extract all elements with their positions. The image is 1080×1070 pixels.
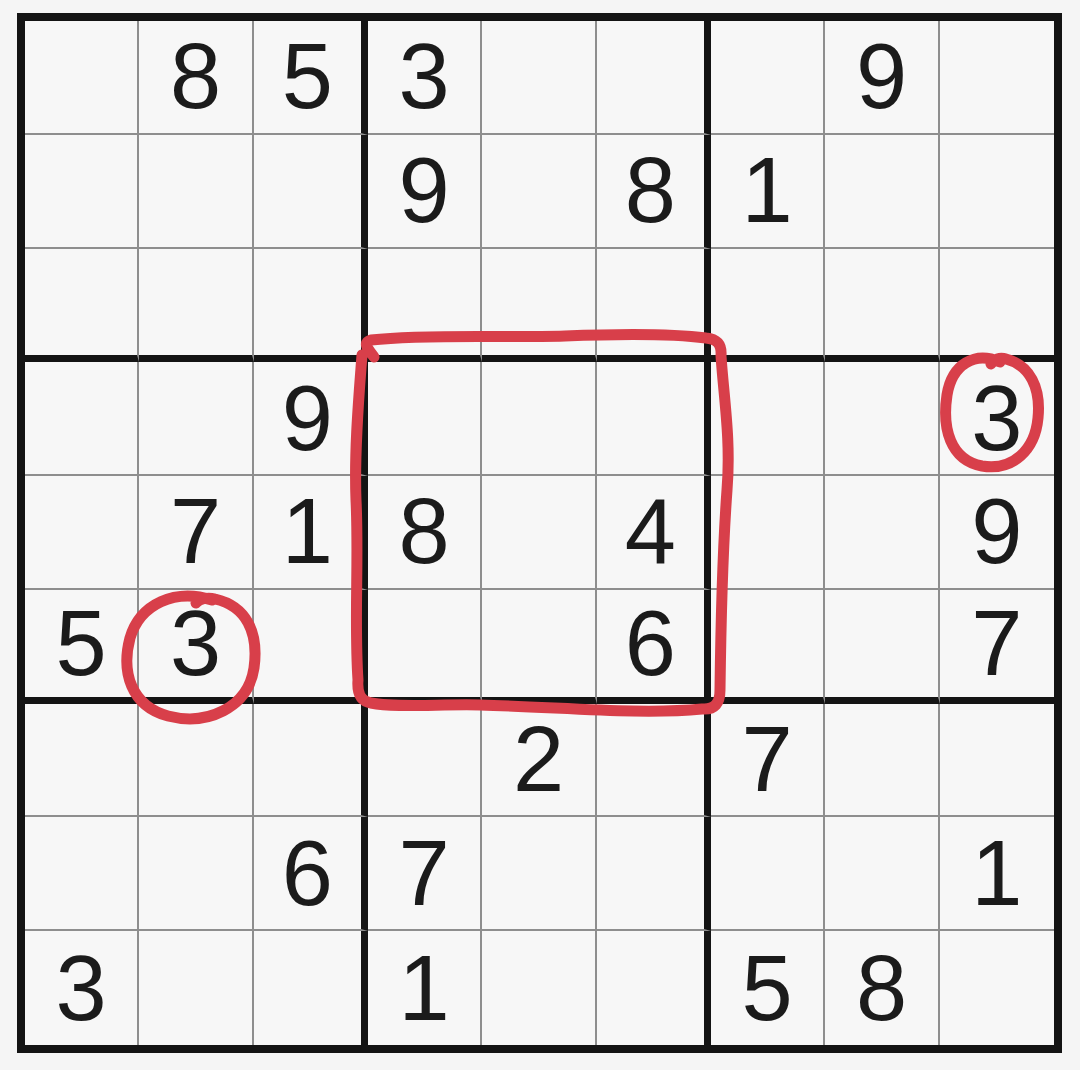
cell-r7c4[interactable] xyxy=(368,704,482,818)
cell-r9c6[interactable] xyxy=(597,931,711,1045)
cell-r8c8[interactable] xyxy=(825,817,939,931)
cell-r6c6[interactable]: 6 xyxy=(597,590,711,704)
cell-r1c8[interactable]: 9 xyxy=(825,21,939,135)
cell-r4c1[interactable] xyxy=(25,362,139,476)
cell-r2c8[interactable] xyxy=(825,135,939,249)
cell-r5c4[interactable]: 8 xyxy=(368,476,482,590)
cell-r3c9[interactable] xyxy=(940,249,1054,363)
cell-r1c6[interactable] xyxy=(597,21,711,135)
cell-r7c7[interactable]: 7 xyxy=(711,704,825,818)
cell-r1c7[interactable] xyxy=(711,21,825,135)
cell-r7c5[interactable]: 2 xyxy=(482,704,596,818)
cell-r5c1[interactable] xyxy=(25,476,139,590)
cell-r9c7[interactable]: 5 xyxy=(711,931,825,1045)
cell-r9c5[interactable] xyxy=(482,931,596,1045)
cell-r6c4[interactable] xyxy=(368,590,482,704)
cell-r9c3[interactable] xyxy=(254,931,368,1045)
cell-r7c6[interactable] xyxy=(597,704,711,818)
cell-r7c3[interactable] xyxy=(254,704,368,818)
cell-r5c5[interactable] xyxy=(482,476,596,590)
cell-r4c9[interactable]: 3 xyxy=(940,362,1054,476)
page: { "game": "sudoku", "puzzle": { "rows": … xyxy=(0,0,1080,1070)
cell-r1c1[interactable] xyxy=(25,21,139,135)
cell-r8c4[interactable]: 7 xyxy=(368,817,482,931)
cell-r6c1[interactable]: 5 xyxy=(25,590,139,704)
cell-r8c1[interactable] xyxy=(25,817,139,931)
cell-r2c7[interactable]: 1 xyxy=(711,135,825,249)
cell-r8c3[interactable]: 6 xyxy=(254,817,368,931)
cell-r2c5[interactable] xyxy=(482,135,596,249)
cell-r9c1[interactable]: 3 xyxy=(25,931,139,1045)
cell-r2c9[interactable] xyxy=(940,135,1054,249)
cell-r9c2[interactable] xyxy=(139,931,253,1045)
cell-r2c1[interactable] xyxy=(25,135,139,249)
cell-r2c2[interactable] xyxy=(139,135,253,249)
cell-r4c7[interactable] xyxy=(711,362,825,476)
cell-r9c4[interactable]: 1 xyxy=(368,931,482,1045)
cell-r1c9[interactable] xyxy=(940,21,1054,135)
cell-r6c2[interactable]: 3 xyxy=(139,590,253,704)
cell-r3c3[interactable] xyxy=(254,249,368,363)
cell-r4c6[interactable] xyxy=(597,362,711,476)
cell-r7c9[interactable] xyxy=(940,704,1054,818)
cell-r4c2[interactable] xyxy=(139,362,253,476)
cell-r3c2[interactable] xyxy=(139,249,253,363)
cell-r2c4[interactable]: 9 xyxy=(368,135,482,249)
sudoku-board: 853998193718495367276713158 xyxy=(17,13,1062,1053)
cell-r9c8[interactable]: 8 xyxy=(825,931,939,1045)
cell-r4c8[interactable] xyxy=(825,362,939,476)
cell-r2c3[interactable] xyxy=(254,135,368,249)
cell-r8c2[interactable] xyxy=(139,817,253,931)
cell-r6c5[interactable] xyxy=(482,590,596,704)
cell-r3c5[interactable] xyxy=(482,249,596,363)
cell-r5c8[interactable] xyxy=(825,476,939,590)
cell-r8c6[interactable] xyxy=(597,817,711,931)
cell-r5c2[interactable]: 7 xyxy=(139,476,253,590)
cell-r3c4[interactable] xyxy=(368,249,482,363)
cell-r7c1[interactable] xyxy=(25,704,139,818)
cell-r8c5[interactable] xyxy=(482,817,596,931)
cell-r6c3[interactable] xyxy=(254,590,368,704)
cell-r4c5[interactable] xyxy=(482,362,596,476)
cell-r3c1[interactable] xyxy=(25,249,139,363)
cell-r5c3[interactable]: 1 xyxy=(254,476,368,590)
cell-r1c3[interactable]: 5 xyxy=(254,21,368,135)
cell-r4c3[interactable]: 9 xyxy=(254,362,368,476)
cell-r9c9[interactable] xyxy=(940,931,1054,1045)
cell-r5c6[interactable]: 4 xyxy=(597,476,711,590)
cell-r6c7[interactable] xyxy=(711,590,825,704)
cell-r1c4[interactable]: 3 xyxy=(368,21,482,135)
cell-r1c5[interactable] xyxy=(482,21,596,135)
cell-r4c4[interactable] xyxy=(368,362,482,476)
cell-r1c2[interactable]: 8 xyxy=(139,21,253,135)
cell-r3c6[interactable] xyxy=(597,249,711,363)
cell-r5c7[interactable] xyxy=(711,476,825,590)
cell-r8c9[interactable]: 1 xyxy=(940,817,1054,931)
cell-r7c8[interactable] xyxy=(825,704,939,818)
cell-r2c6[interactable]: 8 xyxy=(597,135,711,249)
cell-r3c7[interactable] xyxy=(711,249,825,363)
cell-r6c8[interactable] xyxy=(825,590,939,704)
cell-r3c8[interactable] xyxy=(825,249,939,363)
cell-r7c2[interactable] xyxy=(139,704,253,818)
cell-r8c7[interactable] xyxy=(711,817,825,931)
cell-r6c9[interactable]: 7 xyxy=(940,590,1054,704)
cell-r5c9[interactable]: 9 xyxy=(940,476,1054,590)
